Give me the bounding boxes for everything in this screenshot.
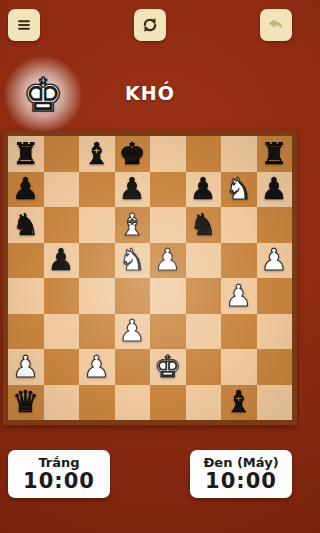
piece-black-knight[interactable]: ♞: [12, 210, 39, 240]
black-clock: Đen (Máy) 10:00: [190, 450, 292, 498]
piece-black-pawn[interactable]: ♟: [261, 174, 288, 204]
square-e4[interactable]: [150, 278, 186, 314]
square-c7[interactable]: [79, 172, 115, 208]
piece-black-pawn[interactable]: ♟: [119, 174, 146, 204]
piece-white-king[interactable]: ♚: [154, 352, 181, 382]
white-clock-time: 10:00: [23, 470, 95, 492]
square-f7[interactable]: ♟: [186, 172, 222, 208]
square-c1[interactable]: [79, 385, 115, 421]
piece-black-bishop[interactable]: ♝: [225, 387, 252, 417]
white-clock-label: Trắng: [38, 456, 79, 471]
piece-black-pawn[interactable]: ♟: [190, 174, 217, 204]
square-h8[interactable]: ♜: [257, 136, 293, 172]
refresh-icon: [140, 15, 160, 35]
square-b6[interactable]: [44, 207, 80, 243]
piece-white-pawn[interactable]: ♟: [119, 316, 146, 346]
piece-white-bishop[interactable]: ♝: [119, 210, 146, 240]
piece-white-knight[interactable]: ♞: [225, 174, 252, 204]
refresh-button[interactable]: [134, 9, 166, 41]
difficulty-label: KHÓ: [0, 82, 300, 104]
piece-white-pawn[interactable]: ♟: [12, 352, 39, 382]
menu-button[interactable]: [8, 9, 40, 41]
square-c8[interactable]: ♝: [79, 136, 115, 172]
piece-black-pawn[interactable]: ♟: [12, 174, 39, 204]
board-frame: ♜♝♚♜♟♟♟♞♟♞♝♞♟♞♟♟♟♟♟♟♚♛♝: [3, 131, 297, 425]
square-g3[interactable]: [221, 314, 257, 350]
square-c5[interactable]: [79, 243, 115, 279]
square-d2[interactable]: [115, 349, 151, 385]
black-clock-time: 10:00: [205, 470, 277, 492]
square-e6[interactable]: [150, 207, 186, 243]
piece-white-pawn[interactable]: ♟: [225, 281, 252, 311]
square-d1[interactable]: [115, 385, 151, 421]
square-f5[interactable]: [186, 243, 222, 279]
square-c2[interactable]: ♟: [79, 349, 115, 385]
square-e5[interactable]: ♟: [150, 243, 186, 279]
square-d5[interactable]: ♞: [115, 243, 151, 279]
square-b5[interactable]: ♟: [44, 243, 80, 279]
square-h4[interactable]: [257, 278, 293, 314]
hamburger-icon: [14, 15, 34, 35]
square-e2[interactable]: ♚: [150, 349, 186, 385]
square-b4[interactable]: [44, 278, 80, 314]
piece-black-bishop[interactable]: ♝: [83, 139, 110, 169]
chess-board[interactable]: ♜♝♚♜♟♟♟♞♟♞♝♞♟♞♟♟♟♟♟♟♚♛♝: [8, 136, 292, 420]
square-a1[interactable]: ♛: [8, 385, 44, 421]
square-g1[interactable]: ♝: [221, 385, 257, 421]
square-c6[interactable]: [79, 207, 115, 243]
piece-white-pawn[interactable]: ♟: [154, 245, 181, 275]
square-a4[interactable]: [8, 278, 44, 314]
square-a6[interactable]: ♞: [8, 207, 44, 243]
square-g6[interactable]: [221, 207, 257, 243]
square-f3[interactable]: [186, 314, 222, 350]
square-c4[interactable]: [79, 278, 115, 314]
square-h6[interactable]: [257, 207, 293, 243]
square-b2[interactable]: [44, 349, 80, 385]
piece-white-knight[interactable]: ♞: [119, 245, 146, 275]
piece-black-rook[interactable]: ♜: [12, 139, 39, 169]
square-b3[interactable]: [44, 314, 80, 350]
square-h2[interactable]: [257, 349, 293, 385]
square-d3[interactable]: ♟: [115, 314, 151, 350]
square-a7[interactable]: ♟: [8, 172, 44, 208]
piece-black-rook[interactable]: ♜: [261, 139, 288, 169]
square-b1[interactable]: [44, 385, 80, 421]
square-g8[interactable]: [221, 136, 257, 172]
square-e8[interactable]: [150, 136, 186, 172]
undo-button[interactable]: [260, 9, 292, 41]
square-h1[interactable]: [257, 385, 293, 421]
square-b8[interactable]: [44, 136, 80, 172]
undo-arrow-icon: [266, 15, 286, 35]
piece-white-pawn[interactable]: ♟: [83, 352, 110, 382]
square-e3[interactable]: [150, 314, 186, 350]
square-c3[interactable]: [79, 314, 115, 350]
square-d4[interactable]: [115, 278, 151, 314]
square-g2[interactable]: [221, 349, 257, 385]
square-b7[interactable]: [44, 172, 80, 208]
square-f4[interactable]: [186, 278, 222, 314]
piece-black-knight[interactable]: ♞: [190, 210, 217, 240]
square-f1[interactable]: [186, 385, 222, 421]
square-d7[interactable]: ♟: [115, 172, 151, 208]
square-a3[interactable]: [8, 314, 44, 350]
square-e1[interactable]: [150, 385, 186, 421]
piece-white-pawn[interactable]: ♟: [261, 245, 288, 275]
square-d8[interactable]: ♚: [115, 136, 151, 172]
piece-black-queen[interactable]: ♛: [12, 387, 39, 417]
square-h3[interactable]: [257, 314, 293, 350]
white-clock: Trắng 10:00: [8, 450, 110, 498]
square-d6[interactable]: ♝: [115, 207, 151, 243]
square-a5[interactable]: [8, 243, 44, 279]
black-clock-label: Đen (Máy): [203, 456, 278, 471]
square-f8[interactable]: [186, 136, 222, 172]
square-a2[interactable]: ♟: [8, 349, 44, 385]
square-h7[interactable]: ♟: [257, 172, 293, 208]
square-g4[interactable]: ♟: [221, 278, 257, 314]
square-a8[interactable]: ♜: [8, 136, 44, 172]
square-f6[interactable]: ♞: [186, 207, 222, 243]
square-f2[interactable]: [186, 349, 222, 385]
square-e7[interactable]: [150, 172, 186, 208]
square-h5[interactable]: ♟: [257, 243, 293, 279]
piece-black-king[interactable]: ♚: [119, 139, 146, 169]
square-g7[interactable]: ♞: [221, 172, 257, 208]
square-g5[interactable]: [221, 243, 257, 279]
piece-black-pawn[interactable]: ♟: [48, 245, 75, 275]
